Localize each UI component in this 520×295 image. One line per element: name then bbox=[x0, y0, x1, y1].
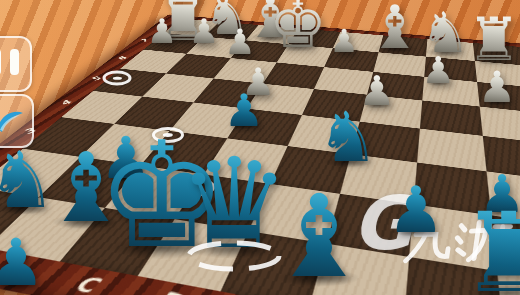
blue-pawn-g2[interactable]: ♟ bbox=[387, 178, 444, 242]
blue-knight-f4[interactable]: ♞ bbox=[317, 103, 379, 172]
blue-rook-h1[interactable]: ♜ bbox=[460, 198, 520, 295]
silver-pawn-e7[interactable]: ♟ bbox=[330, 25, 359, 57]
pause-bars-icon bbox=[10, 49, 19, 75]
silver-bishop-f8[interactable]: ♝ bbox=[368, 0, 422, 57]
move-hint-dot-center bbox=[112, 76, 121, 80]
chess-3d-app: 12345678ABCDEFGH ♞♝♜♟♟♚♝♟♞♟♜♟♟♟♟♟♞♟♞♟♝♟♚… bbox=[0, 0, 520, 295]
blue-pawn-d4[interactable]: ♟ bbox=[224, 88, 264, 133]
silver-pawn-h7[interactable]: ♟ bbox=[478, 66, 517, 109]
silver-pawn-b7[interactable]: ♟ bbox=[189, 14, 219, 48]
blue-swoosh-icon bbox=[0, 105, 28, 137]
blue-bishop-f1[interactable]: ♝ bbox=[268, 180, 370, 294]
blue-pawn-a2[interactable]: ♟ bbox=[0, 230, 45, 295]
silver-rook-h8[interactable]: ♜ bbox=[467, 9, 520, 69]
silver-pawn-a7[interactable]: ♟ bbox=[147, 14, 177, 48]
pause-button[interactable] bbox=[0, 36, 32, 92]
pieces-overlay: ♞♝♜♟♟♚♝♟♞♟♜♟♟♟♟♟♞♟♞♟♝♟♚♛♝♟♜ bbox=[0, 0, 520, 295]
pause-bars-icon bbox=[0, 49, 1, 75]
silver-king-d8[interactable]: ♚ bbox=[269, 0, 327, 57]
silver-pawn-c7[interactable]: ♟ bbox=[224, 25, 255, 60]
silver-pawn-g7[interactable]: ♟ bbox=[421, 52, 454, 89]
move-hint-dot-b4[interactable] bbox=[103, 71, 132, 86]
